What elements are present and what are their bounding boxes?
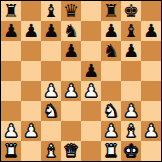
square-a7[interactable]: ♟ — [1, 21, 21, 41]
square-e2[interactable] — [81, 121, 101, 141]
square-c4[interactable]: ♟ — [41, 81, 61, 101]
square-b4[interactable] — [21, 81, 41, 101]
square-e4[interactable]: ♟ — [81, 81, 101, 101]
square-f7[interactable]: ♟ — [101, 21, 121, 41]
black-knight-icon: ♞ — [63, 22, 79, 40]
white-rook-icon: ♜ — [3, 142, 19, 160]
chess-board: ♜♝♛♜♚♟♟♟♞♟♝♟♟♞♟♟♟♟♟♞♞♟♟♟♟♝♟♜♝♛♜♚ — [0, 0, 162, 162]
black-bishop-icon: ♝ — [123, 22, 139, 40]
square-e8[interactable] — [81, 1, 101, 21]
square-g6[interactable]: ♟ — [121, 41, 141, 61]
square-e5[interactable]: ♟ — [81, 61, 101, 81]
square-a2[interactable]: ♟ — [1, 121, 21, 141]
square-f2[interactable]: ♟ — [101, 121, 121, 141]
square-h5[interactable] — [141, 61, 161, 81]
black-pawn-icon: ♟ — [3, 22, 19, 40]
square-g5[interactable] — [121, 61, 141, 81]
square-g2[interactable]: ♝ — [121, 121, 141, 141]
square-g8[interactable]: ♚ — [121, 1, 141, 21]
black-pawn-icon: ♟ — [63, 42, 79, 60]
square-f8[interactable]: ♜ — [101, 1, 121, 21]
white-pawn-icon: ♟ — [3, 122, 19, 140]
square-g4[interactable] — [121, 81, 141, 101]
square-a6[interactable] — [1, 41, 21, 61]
white-pawn-icon: ♟ — [63, 82, 79, 100]
square-b6[interactable] — [21, 41, 41, 61]
square-c2[interactable] — [41, 121, 61, 141]
black-pawn-icon: ♟ — [143, 22, 159, 40]
white-pawn-icon: ♟ — [83, 82, 99, 100]
square-h6[interactable] — [141, 41, 161, 61]
square-c3[interactable]: ♞ — [41, 101, 61, 121]
square-h1[interactable] — [141, 141, 161, 161]
square-d4[interactable]: ♟ — [61, 81, 81, 101]
square-h8[interactable] — [141, 1, 161, 21]
white-knight-icon: ♞ — [103, 102, 119, 120]
square-b7[interactable]: ♟ — [21, 21, 41, 41]
square-b5[interactable] — [21, 61, 41, 81]
square-c5[interactable] — [41, 61, 61, 81]
white-knight-icon: ♞ — [43, 102, 59, 120]
square-e6[interactable] — [81, 41, 101, 61]
square-f1[interactable]: ♜ — [101, 141, 121, 161]
square-h2[interactable]: ♟ — [141, 121, 161, 141]
black-pawn-icon: ♟ — [123, 42, 139, 60]
square-c1[interactable]: ♝ — [41, 141, 61, 161]
square-e3[interactable] — [81, 101, 101, 121]
square-g7[interactable]: ♝ — [121, 21, 141, 41]
white-bishop-icon: ♝ — [43, 142, 59, 160]
square-g3[interactable]: ♟ — [121, 101, 141, 121]
square-h3[interactable] — [141, 101, 161, 121]
white-rook-icon: ♜ — [103, 142, 119, 160]
square-a8[interactable]: ♜ — [1, 1, 21, 21]
square-f6[interactable]: ♞ — [101, 41, 121, 61]
white-king-icon: ♚ — [123, 142, 139, 160]
square-d5[interactable] — [61, 61, 81, 81]
square-c8[interactable]: ♝ — [41, 1, 61, 21]
square-b1[interactable] — [21, 141, 41, 161]
square-a3[interactable] — [1, 101, 21, 121]
white-pawn-icon: ♟ — [43, 82, 59, 100]
black-knight-icon: ♞ — [103, 42, 119, 60]
white-queen-icon: ♛ — [63, 142, 79, 160]
square-c7[interactable]: ♟ — [41, 21, 61, 41]
square-d3[interactable] — [61, 101, 81, 121]
black-pawn-icon: ♟ — [103, 22, 119, 40]
black-king-icon: ♚ — [123, 2, 139, 20]
black-rook-icon: ♜ — [103, 2, 119, 20]
square-f3[interactable]: ♞ — [101, 101, 121, 121]
black-pawn-icon: ♟ — [43, 22, 59, 40]
square-f4[interactable] — [101, 81, 121, 101]
black-pawn-icon: ♟ — [23, 22, 39, 40]
square-h7[interactable]: ♟ — [141, 21, 161, 41]
square-d2[interactable] — [61, 121, 81, 141]
square-e7[interactable] — [81, 21, 101, 41]
square-c6[interactable] — [41, 41, 61, 61]
white-pawn-icon: ♟ — [143, 122, 159, 140]
square-d8[interactable]: ♛ — [61, 1, 81, 21]
square-d1[interactable]: ♛ — [61, 141, 81, 161]
square-f5[interactable] — [101, 61, 121, 81]
square-b2[interactable]: ♟ — [21, 121, 41, 141]
square-b3[interactable] — [21, 101, 41, 121]
square-a5[interactable] — [1, 61, 21, 81]
square-e1[interactable] — [81, 141, 101, 161]
square-a1[interactable]: ♜ — [1, 141, 21, 161]
black-pawn-icon: ♟ — [83, 62, 99, 80]
white-pawn-icon: ♟ — [123, 102, 139, 120]
square-b8[interactable] — [21, 1, 41, 21]
square-a4[interactable] — [1, 81, 21, 101]
chess-board-grid: ♜♝♛♜♚♟♟♟♞♟♝♟♟♞♟♟♟♟♟♞♞♟♟♟♟♝♟♜♝♛♜♚ — [0, 0, 162, 162]
white-pawn-icon: ♟ — [103, 122, 119, 140]
square-d7[interactable]: ♞ — [61, 21, 81, 41]
white-pawn-icon: ♟ — [23, 122, 39, 140]
square-d6[interactable]: ♟ — [61, 41, 81, 61]
square-g1[interactable]: ♚ — [121, 141, 141, 161]
black-rook-icon: ♜ — [3, 2, 19, 20]
black-queen-icon: ♛ — [63, 2, 79, 20]
black-bishop-icon: ♝ — [43, 2, 59, 20]
square-h4[interactable] — [141, 81, 161, 101]
white-bishop-icon: ♝ — [123, 122, 139, 140]
